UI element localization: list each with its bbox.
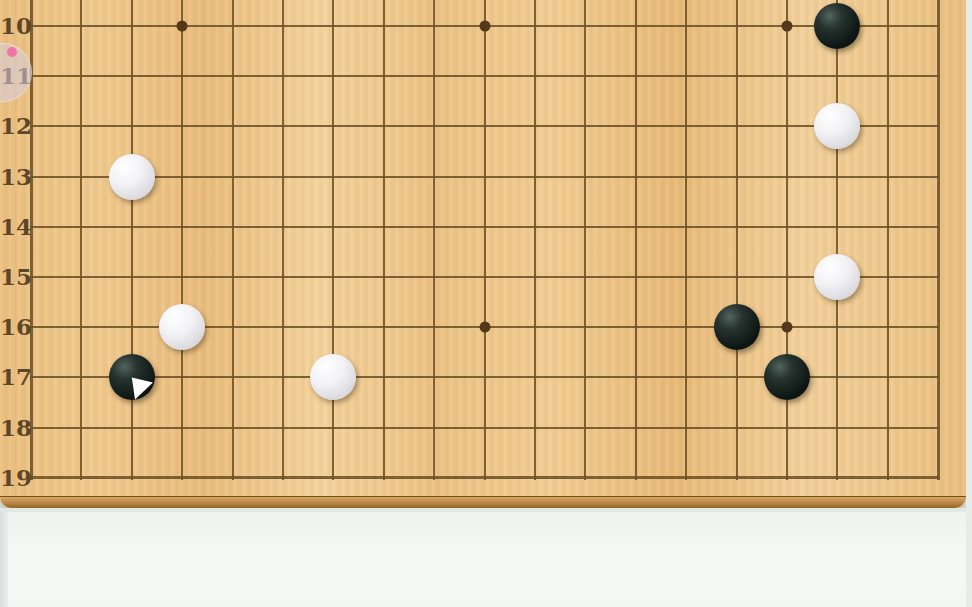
star-point bbox=[782, 322, 793, 333]
grid-vertical-line bbox=[80, 0, 82, 480]
grid-vertical-line bbox=[131, 0, 133, 480]
grid-vertical-line bbox=[232, 0, 234, 480]
grid-vertical-line bbox=[181, 0, 183, 480]
row-label: 13 bbox=[0, 165, 30, 189]
grid-vertical-line bbox=[433, 0, 435, 480]
black-stone bbox=[109, 354, 155, 400]
grid-vertical-line bbox=[685, 0, 687, 480]
star-point bbox=[479, 21, 490, 32]
grid-vertical-line bbox=[736, 0, 738, 480]
row-label: 19 bbox=[0, 466, 30, 490]
row-label: 16 bbox=[0, 315, 30, 339]
grid-vertical-line bbox=[484, 0, 486, 480]
row-label: 12 bbox=[0, 114, 30, 138]
row-label: 15 bbox=[0, 265, 30, 289]
grid-horizontal-line bbox=[30, 75, 939, 77]
grid-vertical-line bbox=[786, 0, 788, 480]
grid-vertical-line bbox=[836, 0, 838, 480]
grid-vertical-line bbox=[887, 0, 889, 480]
grid-vertical-line bbox=[635, 0, 637, 480]
grid-horizontal-line bbox=[30, 476, 939, 479]
grid-horizontal-line bbox=[30, 176, 939, 178]
white-stone bbox=[310, 354, 356, 400]
row-label: 14 bbox=[0, 215, 30, 239]
grid-horizontal-line bbox=[30, 427, 939, 429]
grid-horizontal-line bbox=[30, 276, 939, 278]
row-label: 18 bbox=[0, 416, 30, 440]
white-stone bbox=[814, 103, 860, 149]
star-point bbox=[177, 21, 188, 32]
go-board[interactable]: 10111213141516171819 bbox=[0, 0, 966, 508]
board-bottom-edge bbox=[0, 496, 966, 508]
star-point bbox=[479, 322, 490, 333]
last-move-triangle-icon bbox=[109, 354, 155, 400]
bottom-panel bbox=[0, 512, 972, 607]
grid-horizontal-line bbox=[30, 125, 939, 127]
white-stone bbox=[159, 304, 205, 350]
grid-vertical-line bbox=[282, 0, 284, 480]
grid-vertical-line bbox=[584, 0, 586, 480]
grid-vertical-line bbox=[383, 0, 385, 480]
star-point bbox=[782, 21, 793, 32]
white-stone bbox=[109, 154, 155, 200]
player-avatar-button[interactable] bbox=[0, 43, 32, 102]
grid-vertical-line bbox=[332, 0, 334, 480]
row-label: 10 bbox=[0, 14, 30, 38]
screen-right-edge bbox=[966, 0, 972, 607]
grid-vertical-line bbox=[937, 0, 940, 480]
white-stone bbox=[814, 254, 860, 300]
black-stone bbox=[764, 354, 810, 400]
grid-horizontal-line bbox=[30, 226, 939, 228]
black-stone bbox=[814, 3, 860, 49]
grid-vertical-line bbox=[534, 0, 536, 480]
avatar-notification-dot bbox=[7, 47, 17, 57]
black-stone bbox=[714, 304, 760, 350]
go-app-screen: 10111213141516171819 bbox=[0, 0, 972, 607]
bottom-panel-left-edge bbox=[0, 512, 8, 607]
row-label: 17 bbox=[0, 365, 30, 389]
